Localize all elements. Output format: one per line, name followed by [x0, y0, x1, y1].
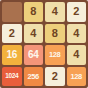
tile-128: 128: [45, 45, 65, 65]
tile-128: 128: [67, 67, 87, 87]
tile-4: 4: [67, 24, 87, 44]
tile-16: 16: [2, 45, 22, 65]
tile-1024: 1024: [2, 67, 22, 87]
tile-8: 8: [24, 2, 44, 22]
empty-cell: [2, 2, 22, 22]
tile-2: 2: [2, 24, 22, 44]
tile-2: 2: [67, 2, 87, 22]
tile-256: 256: [24, 67, 44, 87]
tile-2: 2: [45, 67, 65, 87]
board-2048[interactable]: 84224841664128410242562128: [0, 0, 88, 88]
tile-4: 4: [24, 24, 44, 44]
tile-4: 4: [67, 45, 87, 65]
tile-8: 8: [45, 24, 65, 44]
tile-4: 4: [45, 2, 65, 22]
tile-64: 64: [24, 45, 44, 65]
